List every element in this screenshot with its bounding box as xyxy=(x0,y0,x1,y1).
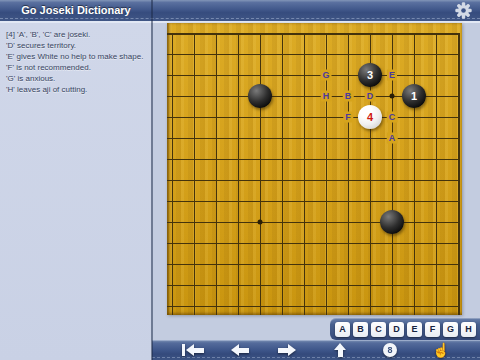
play-button[interactable]: ☝ xyxy=(433,340,449,360)
board-label-c[interactable]: C xyxy=(387,112,398,123)
move-number: 1 xyxy=(411,91,417,102)
page-title: Go Joseki Dictionary xyxy=(0,0,152,21)
hoshi-point xyxy=(390,94,395,99)
hoshi-point xyxy=(258,220,263,225)
variation-button-e[interactable]: E xyxy=(407,322,422,337)
variation-button-f[interactable]: F xyxy=(425,322,440,337)
grid-line-horizontal xyxy=(167,159,460,160)
commentary: [4] 'A', 'B', 'C' are joseki.'D' secures… xyxy=(0,23,151,95)
goban[interactable]: ABCDEFGH134 xyxy=(167,23,462,315)
grid-line-horizontal xyxy=(167,306,460,307)
app-window: Go Joseki Dictionary [4] 'A', 'B', 'C' a… xyxy=(0,0,480,360)
up-button[interactable] xyxy=(332,340,348,360)
commentary-line: [4] 'A', 'B', 'C' are joseki. xyxy=(6,29,146,40)
grid-line-horizontal xyxy=(167,285,460,286)
top-toolbar: Go Joseki Dictionary xyxy=(0,0,480,21)
back-arrow-icon xyxy=(231,344,249,356)
go-to-start-button[interactable] xyxy=(180,340,206,360)
move-number: 3 xyxy=(367,70,373,81)
board-label-b[interactable]: B xyxy=(343,91,354,102)
grid-line-horizontal xyxy=(167,201,460,202)
move-number: 4 xyxy=(367,112,373,123)
board-label-g[interactable]: G xyxy=(320,70,331,81)
grid-line-horizontal xyxy=(167,75,460,76)
black-stone-move-3[interactable]: 3 xyxy=(358,63,382,87)
grid-line-horizontal xyxy=(167,33,460,35)
variation-button-b[interactable]: B xyxy=(353,322,368,337)
board-label-h[interactable]: H xyxy=(321,91,332,102)
nav-toolbar: 8 ☝ xyxy=(152,340,480,360)
commentary-panel: [4] 'A', 'B', 'C' are joseki.'D' secures… xyxy=(0,23,151,360)
board-label-e[interactable]: E xyxy=(387,70,397,81)
grid-line-horizontal xyxy=(167,264,460,265)
grid-line-horizontal xyxy=(167,138,460,139)
move-counter: 8 xyxy=(382,340,398,360)
variation-button-h[interactable]: H xyxy=(461,322,476,337)
variation-button-a[interactable]: A xyxy=(335,322,350,337)
up-arrow-icon xyxy=(334,343,346,357)
grid-line-horizontal xyxy=(167,243,460,244)
commentary-line: 'D' secures territory. xyxy=(6,40,146,51)
grid-line-horizontal xyxy=(167,54,460,55)
commentary-line: 'G' is anxious. xyxy=(6,73,146,84)
white-stone-move-4[interactable]: 4 xyxy=(358,105,382,129)
settings-gear-icon[interactable] xyxy=(455,2,472,19)
board-label-d[interactable]: D xyxy=(365,91,376,102)
commentary-line: 'H' leaves aji of cutting. xyxy=(6,84,146,95)
hand-pointer-icon: ☝ xyxy=(432,343,449,357)
variation-button-d[interactable]: D xyxy=(389,322,404,337)
move-counter-badge: 8 xyxy=(383,343,397,357)
panel-divider xyxy=(151,0,153,360)
back-button[interactable] xyxy=(229,340,251,360)
black-stone[interactable] xyxy=(248,84,272,108)
grid-line-horizontal xyxy=(167,180,460,181)
variation-bar: ABCDEFGH xyxy=(330,318,480,340)
variation-button-g[interactable]: G xyxy=(443,322,458,337)
forward-button[interactable] xyxy=(276,340,298,360)
board-label-a[interactable]: A xyxy=(387,133,398,144)
forward-arrow-icon xyxy=(278,344,296,356)
commentary-line: 'E' gives White no help to make shape. xyxy=(6,51,146,62)
variation-button-c[interactable]: C xyxy=(371,322,386,337)
black-stone-move-1[interactable]: 1 xyxy=(402,84,426,108)
commentary-line: 'F' is not recommended. xyxy=(6,62,146,73)
board-label-f[interactable]: F xyxy=(343,112,353,123)
grid-line-horizontal xyxy=(167,222,460,223)
black-stone[interactable] xyxy=(380,210,404,234)
go-to-start-icon xyxy=(182,344,204,356)
grid-line-horizontal xyxy=(167,117,460,118)
